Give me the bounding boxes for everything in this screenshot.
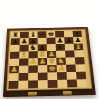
- square-d1: [38, 80, 48, 88]
- piece-bP: ♟: [74, 37, 82, 44]
- board-grid: ♜♝♛♚♜♟♟♟♟♟♟♞♟♞♝♝♜♟♟♟♛♞♟♚♟: [8, 31, 87, 89]
- piece-bK: ♚: [47, 31, 54, 38]
- piece-bQ: ♛: [38, 31, 45, 38]
- square-a1: [8, 81, 18, 89]
- piece-bN: ♞: [56, 44, 64, 51]
- square-g1: [67, 79, 77, 87]
- piece-bB: ♝: [30, 31, 37, 38]
- piece-bR: ♜: [73, 30, 81, 36]
- piece-wP: ♟: [39, 58, 47, 65]
- piece-wQ: ♛: [48, 57, 56, 64]
- piece-wB: ♝: [74, 43, 82, 50]
- piece-bP: ♟: [11, 38, 19, 45]
- square-h1: [77, 79, 87, 87]
- board-inner-border: ♜♝♛♚♜♟♟♟♟♟♟♞♟♞♝♝♜♟♟♟♛♞♟♚♟: [6, 29, 92, 91]
- square-c1: [28, 80, 38, 88]
- piece-wP: ♟: [48, 50, 56, 57]
- square-f1: [57, 80, 67, 88]
- piece-wK: ♚: [48, 65, 56, 73]
- piece-bP: ♟: [30, 38, 37, 45]
- piece-wP: ♟: [10, 65, 18, 73]
- piece-bP: ♟: [21, 38, 28, 45]
- square-b1: [18, 81, 28, 89]
- piece-wN: ♞: [57, 57, 65, 64]
- piece-bP: ♟: [56, 37, 64, 44]
- board-frame: ♜♝♛♚♜♟♟♟♟♟♟♞♟♞♝♝♜♟♟♟♛♞♟♚♟: [3, 27, 96, 97]
- piece-wP: ♟: [29, 58, 37, 65]
- clasp-right-icon: [63, 91, 72, 94]
- chess-set-photo: ♜♝♛♚♜♟♟♟♟♟♟♞♟♞♝♝♜♟♟♟♛♞♟♚♟: [0, 0, 99, 99]
- square-e1: [48, 80, 58, 88]
- piece-bP: ♟: [65, 37, 73, 44]
- piece-bR: ♜: [12, 32, 19, 39]
- piece-wR: ♜: [39, 51, 47, 58]
- piece-wB: ♝: [20, 51, 28, 58]
- clasp-left-icon: [28, 92, 37, 95]
- board-wrap: ♜♝♛♚♜♟♟♟♟♟♟♞♟♞♝♝♜♟♟♟♛♞♟♚♟: [3, 27, 96, 97]
- piece-bP: ♟: [39, 44, 46, 51]
- piece-bN: ♞: [29, 44, 36, 51]
- piece-wP: ♟: [57, 64, 65, 72]
